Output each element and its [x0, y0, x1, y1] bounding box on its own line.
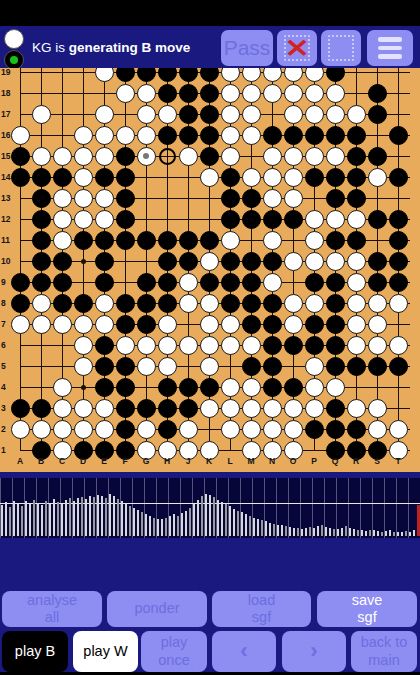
empty-point-C5[interactable] [53, 357, 72, 376]
stone-black-D8 [74, 294, 93, 313]
empty-point-T3[interactable] [389, 399, 408, 418]
engine-status-text: KG is generating B move [32, 26, 190, 68]
prev-move-button[interactable]: ‹ [212, 631, 276, 672]
col-label-D: D [76, 456, 90, 466]
stone-white-L19 [221, 68, 240, 82]
col-label-L: L [223, 456, 237, 466]
graph-bar [329, 528, 331, 536]
stone-white-S14 [368, 168, 387, 187]
graph-bar [341, 528, 343, 536]
stone-white-N18 [263, 84, 282, 103]
empty-point-D10[interactable] [74, 252, 93, 271]
stone-white-D3 [74, 399, 93, 418]
stone-white-O10 [284, 252, 303, 271]
graph-bar [249, 516, 251, 536]
empty-point-S11[interactable] [368, 231, 387, 250]
graph-bar [25, 501, 27, 536]
empty-point-G4[interactable] [137, 378, 156, 397]
go-board[interactable]: 19181716151413121110987654321ABCDEFGHJKL… [0, 68, 420, 472]
stone-white-C15 [53, 147, 72, 166]
stone-black-H19 [158, 68, 177, 82]
stone-white-R9 [347, 273, 366, 292]
stone-white-R6 [347, 336, 366, 355]
empty-point-J14[interactable] [179, 168, 198, 187]
stone-black-F11 [116, 231, 135, 250]
play-w-button[interactable]: play W [73, 631, 138, 672]
graph-bar [65, 500, 67, 536]
graph-bar [125, 504, 127, 536]
stone-black-Q9 [326, 273, 345, 292]
stone-black-Q14 [326, 168, 345, 187]
stone-white-C13 [53, 189, 72, 208]
col-label-E: E [97, 456, 111, 466]
stone-black-N7 [263, 315, 282, 334]
stone-white-E15 [95, 147, 114, 166]
empty-point-H13[interactable] [158, 189, 177, 208]
stone-black-M13 [242, 189, 261, 208]
graph-bar [377, 531, 379, 536]
empty-point-M15[interactable] [242, 147, 261, 166]
empty-point-B18[interactable] [32, 84, 51, 103]
stone-black-L8 [221, 294, 240, 313]
empty-point-G14[interactable] [137, 168, 156, 187]
stone-black-F8 [116, 294, 135, 313]
chevron-left-icon: ‹ [240, 638, 247, 664]
graph-bar [165, 518, 167, 536]
graph-bar [41, 505, 43, 536]
empty-point-R18[interactable] [347, 84, 366, 103]
stone-white-P19 [305, 68, 324, 82]
stone-white-P10 [305, 252, 324, 271]
graph-bar [97, 495, 99, 536]
empty-point-K12[interactable] [200, 210, 219, 229]
stone-black-E9 [95, 273, 114, 292]
empty-point-D4[interactable] [74, 378, 93, 397]
graph-bar [305, 528, 307, 536]
empty-point-S16[interactable] [368, 126, 387, 145]
empty-point-O11[interactable] [284, 231, 303, 250]
graph-bar [213, 497, 215, 536]
stone-white-K14 [200, 168, 219, 187]
graph-bar [333, 529, 335, 536]
stone-black-J4 [179, 378, 198, 397]
empty-point-T7[interactable] [389, 315, 408, 334]
play-b-button[interactable]: play B [2, 631, 68, 672]
black-player-active-icon [4, 50, 24, 70]
stone-white-D5 [74, 357, 93, 376]
stone-white-N15 [263, 147, 282, 166]
load-sgf-button[interactable]: loadsgf [212, 591, 311, 627]
stone-black-R5 [347, 357, 366, 376]
go-app-window: KG is generating B move Pass ✕ 191817161… [0, 0, 420, 675]
empty-point-T13[interactable] [389, 189, 408, 208]
stone-black-F19 [116, 68, 135, 82]
empty-point-T17[interactable] [389, 105, 408, 124]
graph-bar [253, 518, 255, 536]
stone-white-P17 [305, 105, 324, 124]
empty-point-E18[interactable] [95, 84, 114, 103]
stone-black-G3 [137, 399, 156, 418]
stone-white-C11 [53, 231, 72, 250]
graph-bar [145, 514, 147, 536]
graph-bar [245, 514, 247, 536]
graph-bar [361, 530, 363, 536]
stone-white-E12 [95, 210, 114, 229]
stone-white-D16 [74, 126, 93, 145]
stone-white-Q18 [326, 84, 345, 103]
next-move-button[interactable]: › [282, 631, 346, 672]
graph-bar [317, 526, 319, 536]
row-label-12: 12 [1, 214, 15, 224]
stone-black-B14 [32, 168, 51, 187]
graph-bar [21, 506, 23, 536]
graph-bar [337, 529, 339, 536]
col-label-H: H [160, 456, 174, 466]
select-region-button[interactable] [321, 30, 361, 66]
col-label-S: S [370, 456, 384, 466]
stone-white-H17 [158, 105, 177, 124]
empty-point-R4[interactable] [347, 378, 366, 397]
stone-black-H4 [158, 378, 177, 397]
empty-point-F9[interactable] [116, 273, 135, 292]
empty-point-D18[interactable] [74, 84, 93, 103]
stone-white-M18 [242, 84, 261, 103]
stone-white-Q15 [326, 147, 345, 166]
graph-bar [181, 513, 183, 536]
stone-white-M4 [242, 378, 261, 397]
button-label: save [352, 592, 383, 609]
stone-black-P6 [305, 336, 324, 355]
save-sgf-button[interactable]: savesgf [317, 591, 417, 627]
empty-point-T15[interactable] [389, 147, 408, 166]
row-label-13: 13 [1, 193, 15, 203]
empty-point-L5[interactable] [221, 357, 240, 376]
empty-point-B16[interactable] [32, 126, 51, 145]
stone-black-L9 [221, 273, 240, 292]
button-label: load [248, 592, 275, 609]
graph-bar [129, 506, 131, 536]
stone-white-M2 [242, 420, 261, 439]
stone-white-O17 [284, 105, 303, 124]
empty-point-C18[interactable] [53, 84, 72, 103]
empty-point-H12[interactable] [158, 210, 177, 229]
dotted-square-icon [328, 35, 354, 61]
stone-white-P18 [305, 84, 324, 103]
stone-black-K11 [200, 231, 219, 250]
empty-point-G10[interactable] [137, 252, 156, 271]
graph-bar [13, 501, 15, 536]
empty-point-T4[interactable] [389, 378, 408, 397]
stone-white-N13 [263, 189, 282, 208]
stone-white-G17 [137, 105, 156, 124]
graph-bar [169, 516, 171, 536]
stone-white-B8 [32, 294, 51, 313]
empty-point-F17[interactable] [116, 105, 135, 124]
stone-white-R12 [347, 210, 366, 229]
col-label-F: F [118, 456, 132, 466]
empty-point-R19[interactable] [347, 68, 366, 82]
stone-white-N19 [263, 68, 282, 82]
graph-bar [149, 516, 151, 536]
graph-bar [201, 496, 203, 536]
stone-white-P11 [305, 231, 324, 250]
graph-bar [161, 519, 163, 536]
graph-bar [401, 532, 403, 536]
stone-white-B7 [32, 315, 51, 334]
stone-black-Q5 [326, 357, 345, 376]
graph-bar [197, 500, 199, 536]
stone-black-M12 [242, 210, 261, 229]
graph-bar [121, 501, 123, 536]
empty-point-S13[interactable] [368, 189, 387, 208]
stone-black-B3 [32, 399, 51, 418]
empty-point-H14[interactable] [158, 168, 177, 187]
stone-white-O8 [284, 294, 303, 313]
stone-white-L17 [221, 105, 240, 124]
row-label-3: 3 [1, 403, 15, 413]
empty-point-G12[interactable] [137, 210, 156, 229]
empty-point-D17[interactable] [74, 105, 93, 124]
empty-point-F10[interactable] [116, 252, 135, 271]
stone-black-J11 [179, 231, 198, 250]
ponder-button[interactable]: ponder [107, 591, 207, 627]
graph-bar [173, 514, 175, 536]
graph-bar [345, 526, 347, 536]
col-label-R: R [349, 456, 363, 466]
stone-black-N12 [263, 210, 282, 229]
graph-bar [29, 504, 31, 536]
stone-white-P12 [305, 210, 324, 229]
stone-black-L13 [221, 189, 240, 208]
stone-white-L3 [221, 399, 240, 418]
empty-point-G13[interactable] [137, 189, 156, 208]
stone-black-E14 [95, 168, 114, 187]
empty-point-K2[interactable] [200, 420, 219, 439]
evaluation-graph[interactable] [0, 478, 420, 538]
empty-point-C16[interactable] [53, 126, 72, 145]
empty-point-D19[interactable] [74, 68, 93, 82]
empty-point-J7[interactable] [179, 315, 198, 334]
stone-black-H11 [158, 231, 177, 250]
stone-black-Q3 [326, 399, 345, 418]
stone-white-C3 [53, 399, 72, 418]
stone-white-L7 [221, 315, 240, 334]
empty-point-O5[interactable] [284, 357, 303, 376]
stone-black-H10 [158, 252, 177, 271]
empty-point-C19[interactable] [53, 68, 72, 82]
stone-white-H7 [158, 315, 177, 334]
stone-white-G18 [137, 84, 156, 103]
stone-white-E7 [95, 315, 114, 334]
graph-bar [309, 527, 311, 536]
empty-point-B19[interactable] [32, 68, 51, 82]
stone-black-P2 [305, 420, 324, 439]
graph-bar [53, 499, 55, 536]
stone-black-H8 [158, 294, 177, 313]
stone-black-N4 [263, 378, 282, 397]
analyse-all-button[interactable]: analyseall [2, 591, 102, 627]
row-label-4: 4 [1, 382, 15, 392]
stone-black-M5 [242, 357, 261, 376]
graph-bar [89, 496, 91, 536]
stone-black-G8 [137, 294, 156, 313]
stone-white-K10 [200, 252, 219, 271]
row-label-9: 9 [1, 277, 15, 287]
stone-black-S9 [368, 273, 387, 292]
graph-bar [1, 505, 3, 536]
row-label-6: 6 [1, 340, 15, 350]
row-label-8: 8 [1, 298, 15, 308]
stone-white-P5 [305, 357, 324, 376]
stone-black-F2 [116, 420, 135, 439]
graph-bar [393, 532, 395, 536]
button-label: all [45, 609, 60, 626]
stone-black-D11 [74, 231, 93, 250]
graph-bar [61, 504, 63, 536]
empty-point-B4[interactable] [32, 378, 51, 397]
android-status-bar [0, 0, 420, 26]
empty-point-N17[interactable] [263, 105, 282, 124]
stone-white-P15 [305, 147, 324, 166]
stone-black-H18 [158, 84, 177, 103]
menu-button[interactable] [367, 30, 413, 66]
back-to-main-button[interactable]: back tomain [351, 631, 417, 672]
stone-black-L12 [221, 210, 240, 229]
stone-white-S3 [368, 399, 387, 418]
top-nav-bar: KG is generating B move Pass ✕ [0, 26, 420, 68]
empty-point-S4[interactable] [368, 378, 387, 397]
stone-white-R7 [347, 315, 366, 334]
stone-white-J15 [179, 147, 198, 166]
empty-point-O9[interactable] [284, 273, 303, 292]
row-label-15: 15 [1, 151, 15, 161]
stone-white-L15 [221, 147, 240, 166]
stone-white-E8 [95, 294, 114, 313]
stone-black-F12 [116, 210, 135, 229]
stone-black-K15 [200, 147, 219, 166]
empty-point-D9[interactable] [74, 273, 93, 292]
empty-point-M11[interactable] [242, 231, 261, 250]
stone-white-D12 [74, 210, 93, 229]
stone-black-J17 [179, 105, 198, 124]
hamburger-icon [378, 37, 402, 42]
col-label-T: T [391, 456, 405, 466]
col-label-K: K [202, 456, 216, 466]
button-label: play W [83, 643, 127, 660]
stone-white-M3 [242, 399, 261, 418]
stone-white-N2 [263, 420, 282, 439]
graph-bar [385, 531, 387, 536]
stone-white-D7 [74, 315, 93, 334]
stone-black-Q2 [326, 420, 345, 439]
clear-board-button[interactable]: ✕ [277, 30, 317, 66]
graph-bar [293, 528, 295, 536]
empty-point-S19[interactable] [368, 68, 387, 82]
empty-point-B6[interactable] [32, 336, 51, 355]
stone-black-N5 [263, 357, 282, 376]
stone-black-N8 [263, 294, 282, 313]
graph-bar [413, 530, 415, 536]
row-label-19: 19 [1, 68, 15, 77]
stone-black-C10 [53, 252, 72, 271]
empty-point-T18[interactable] [389, 84, 408, 103]
stone-white-C12 [53, 210, 72, 229]
stone-white-Q12 [326, 210, 345, 229]
stone-white-O19 [284, 68, 303, 82]
graph-bar [77, 498, 79, 536]
stone-white-M14 [242, 168, 261, 187]
row-label-5: 5 [1, 361, 15, 371]
stone-white-L11 [221, 231, 240, 250]
stone-white-N14 [263, 168, 282, 187]
empty-point-C6[interactable] [53, 336, 72, 355]
stone-white-F18 [116, 84, 135, 103]
stone-black-F14 [116, 168, 135, 187]
empty-point-T19[interactable] [389, 68, 408, 82]
stone-black-R16 [347, 126, 366, 145]
stone-white-F6 [116, 336, 135, 355]
stone-white-M16 [242, 126, 261, 145]
empty-point-B5[interactable] [32, 357, 51, 376]
button-label: once [158, 652, 189, 669]
stone-black-E5 [95, 357, 114, 376]
stone-white-O3 [284, 399, 303, 418]
stone-white-P8 [305, 294, 324, 313]
graph-bar [237, 511, 239, 536]
graph-bar [301, 529, 303, 536]
row-label-18: 18 [1, 88, 15, 98]
stone-black-C9 [53, 273, 72, 292]
graph-bar [229, 506, 231, 536]
chevron-right-icon: › [310, 638, 317, 664]
stone-white-R8 [347, 294, 366, 313]
stone-black-T9 [389, 273, 408, 292]
play-once-button[interactable]: playonce [141, 631, 207, 672]
stone-black-J18 [179, 84, 198, 103]
pass-button[interactable]: Pass [221, 30, 273, 66]
stone-black-L14 [221, 168, 240, 187]
stone-white-L4 [221, 378, 240, 397]
stone-black-K18 [200, 84, 219, 103]
empty-point-J5[interactable] [179, 357, 198, 376]
button-label: back to [361, 634, 408, 651]
stone-white-M17 [242, 105, 261, 124]
stone-black-T5 [389, 357, 408, 376]
stone-black-S5 [368, 357, 387, 376]
stone-white-L2 [221, 420, 240, 439]
stone-black-Q19 [326, 68, 345, 82]
stone-black-B12 [32, 210, 51, 229]
empty-point-J12[interactable] [179, 210, 198, 229]
empty-point-K13[interactable] [200, 189, 219, 208]
stone-white-D13 [74, 189, 93, 208]
row-label-11: 11 [1, 235, 15, 245]
empty-point-C17[interactable] [53, 105, 72, 124]
empty-point-J13[interactable] [179, 189, 198, 208]
stone-black-G9 [137, 273, 156, 292]
stone-white-J8 [179, 294, 198, 313]
stone-white-K8 [200, 294, 219, 313]
stone-black-O6 [284, 336, 303, 355]
stone-black-H16 [158, 126, 177, 145]
stone-black-Q8 [326, 294, 345, 313]
stone-black-S17 [368, 105, 387, 124]
empty-point-P13[interactable] [305, 189, 324, 208]
stone-black-Q16 [326, 126, 345, 145]
stone-black-S15 [368, 147, 387, 166]
stone-black-G11 [137, 231, 156, 250]
stone-white-O2 [284, 420, 303, 439]
